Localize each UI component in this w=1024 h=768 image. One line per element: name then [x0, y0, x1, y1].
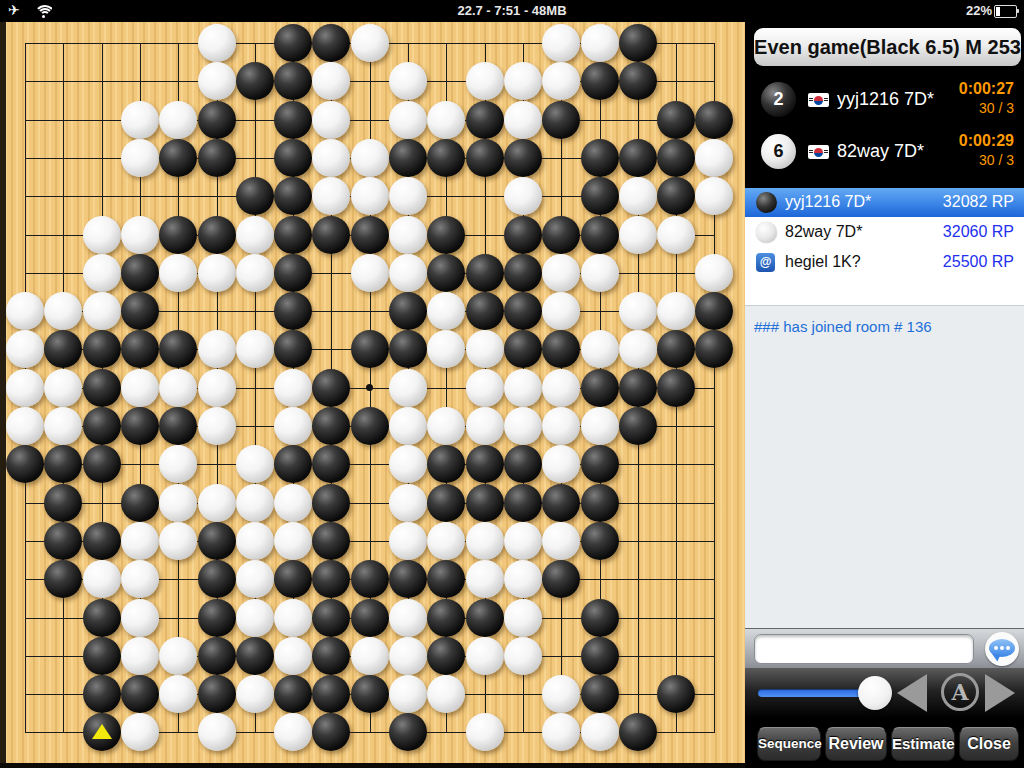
black-stone: [351, 560, 389, 598]
white-stone: [312, 139, 350, 177]
user-rating: 25500 RP: [943, 253, 1014, 271]
white-stone: [542, 713, 580, 751]
black-stone: [542, 484, 580, 522]
black-stone: [581, 599, 619, 637]
black-stone: [236, 62, 274, 100]
white-stone: [236, 522, 274, 560]
white-stone: [159, 101, 197, 139]
white-stone: [619, 330, 657, 368]
user-name: 82way 7D*: [785, 223, 862, 241]
white-stone: [542, 522, 580, 560]
black-stone: [466, 599, 504, 637]
white-stone: [351, 24, 389, 62]
black-stone: [274, 139, 312, 177]
black-player-name: yyj1216 7D*: [837, 89, 934, 110]
white-stone: [542, 62, 580, 100]
black-stone: [198, 675, 236, 713]
chat-input[interactable]: [754, 634, 974, 664]
black-stone: [657, 101, 695, 139]
white-stone: [159, 522, 197, 560]
white-stone: [389, 407, 427, 445]
white-stone: [198, 254, 236, 292]
black-stone: [159, 330, 197, 368]
white-stone: [312, 177, 350, 215]
white-stone: [236, 330, 274, 368]
white-stone: [312, 101, 350, 139]
black-stone: [542, 560, 580, 598]
white-stone: [274, 484, 312, 522]
white-stone: [389, 522, 427, 560]
white-stone: [695, 177, 733, 215]
board-left-edge: [0, 22, 6, 768]
white-stone: [504, 177, 542, 215]
black-stone: [389, 560, 427, 598]
white-stone: [581, 713, 619, 751]
white-stone: [83, 560, 121, 598]
white-stone: [159, 675, 197, 713]
white-stone: [619, 177, 657, 215]
black-stone: [198, 522, 236, 560]
white-stone: [466, 713, 504, 751]
white-stone: [121, 101, 159, 139]
black-stone: [504, 139, 542, 177]
black-stone: [619, 713, 657, 751]
white-stone: [198, 24, 236, 62]
black-stone: [121, 484, 159, 522]
black-stone: [312, 675, 350, 713]
black-stone: [427, 637, 465, 675]
battery-icon: [994, 5, 1017, 18]
white-stone: [466, 522, 504, 560]
white-stone: [121, 522, 159, 560]
player-info-black: 2 yyj1216 7D* 0:00:27 30 / 3: [745, 74, 1024, 126]
korea-flag-icon: [808, 145, 829, 159]
white-stone: [121, 599, 159, 637]
white-capture-badge: 6: [761, 134, 796, 169]
white-stone: [6, 292, 44, 330]
black-stone: [274, 101, 312, 139]
white-stone: [236, 675, 274, 713]
user-rating: 32060 RP: [943, 223, 1014, 241]
black-stone-icon: [756, 192, 777, 213]
white-stone: [198, 330, 236, 368]
black-stone: [466, 292, 504, 330]
black-stone: [427, 139, 465, 177]
white-stone: [542, 675, 580, 713]
white-stone: [6, 330, 44, 368]
black-stone: [657, 330, 695, 368]
black-stone: [657, 139, 695, 177]
user-name: hegiel 1K?: [785, 253, 861, 271]
move-navigation-bar: A: [745, 668, 1024, 718]
white-stone: [542, 407, 580, 445]
white-stone: [427, 101, 465, 139]
white-stone: [159, 484, 197, 522]
white-stone: [657, 292, 695, 330]
white-clock-periods: 30 / 3: [959, 152, 1014, 168]
black-stone: [427, 599, 465, 637]
white-stone: [389, 101, 427, 139]
white-stone: [389, 675, 427, 713]
black-stone: [351, 407, 389, 445]
white-stone: [695, 139, 733, 177]
black-stone: [312, 445, 350, 483]
previous-move-button[interactable]: [897, 674, 927, 712]
black-stone: [274, 292, 312, 330]
black-stone: [83, 369, 121, 407]
white-stone: [504, 62, 542, 100]
black-stone: [504, 292, 542, 330]
white-stone: [121, 713, 159, 751]
white-stone: [159, 369, 197, 407]
black-stone: [427, 445, 465, 483]
black-stone: [619, 407, 657, 445]
black-stone: [695, 101, 733, 139]
black-stone: [427, 484, 465, 522]
list-item[interactable]: @ hegiel 1K? 25500 RP: [745, 248, 1024, 277]
black-capture-badge: 2: [761, 82, 796, 117]
white-stone: [44, 369, 82, 407]
white-stone: [198, 407, 236, 445]
white-stone: [389, 445, 427, 483]
black-stone: [427, 560, 465, 598]
black-stone: [581, 62, 619, 100]
black-stone: [312, 369, 350, 407]
white-stone: [351, 177, 389, 215]
black-stone: [466, 484, 504, 522]
white-stone: [121, 369, 159, 407]
black-stone: [351, 330, 389, 368]
black-stone: [619, 24, 657, 62]
black-stone: [504, 254, 542, 292]
white-stone: [121, 560, 159, 598]
black-stone: [312, 24, 350, 62]
black-stone: [427, 216, 465, 254]
black-stone: [121, 675, 159, 713]
game-title: Even game(Black 6.5) M 253: [754, 28, 1021, 66]
black-stone: [274, 62, 312, 100]
white-stone: [274, 713, 312, 751]
black-stone: [274, 330, 312, 368]
close-button[interactable]: Close: [959, 727, 1019, 761]
white-stone: [542, 292, 580, 330]
black-stone: [351, 216, 389, 254]
list-item[interactable]: yyj1216 7D* 32082 RP: [745, 188, 1024, 217]
white-stone: [83, 292, 121, 330]
black-stone: [198, 560, 236, 598]
white-stone: [83, 254, 121, 292]
black-stone: [312, 560, 350, 598]
black-stone: [6, 445, 44, 483]
black-stone: [312, 713, 350, 751]
black-stone: [83, 522, 121, 560]
black-stone: [389, 713, 427, 751]
white-stone: [198, 713, 236, 751]
white-stone: [6, 407, 44, 445]
white-stone: [389, 216, 427, 254]
move-slider-thumb[interactable]: [858, 676, 892, 710]
go-board[interactable]: [0, 22, 745, 768]
chat-bubble-icon: [989, 639, 1015, 657]
black-stone: [581, 675, 619, 713]
white-stone: [466, 330, 504, 368]
white-stone: [504, 101, 542, 139]
white-stone: [581, 407, 619, 445]
white-stone: [198, 62, 236, 100]
white-stone: [236, 599, 274, 637]
white-stone: [274, 522, 312, 560]
black-stone: [198, 139, 236, 177]
white-stone: [44, 407, 82, 445]
white-stone: [504, 369, 542, 407]
black-stone: [427, 254, 465, 292]
black-stone: [312, 216, 350, 254]
white-stone: [159, 254, 197, 292]
white-stone: [619, 216, 657, 254]
black-stone: [466, 101, 504, 139]
black-stone: [236, 177, 274, 215]
white-stone: [351, 254, 389, 292]
black-stone: [121, 330, 159, 368]
white-stone: [504, 599, 542, 637]
white-stone: [389, 62, 427, 100]
white-stone: [504, 522, 542, 560]
battery-percent: 22%: [966, 3, 992, 18]
chat-message: ### has joined room # 136: [745, 306, 1024, 335]
black-stone: [581, 484, 619, 522]
white-stone: [657, 216, 695, 254]
black-stone: [389, 330, 427, 368]
list-item[interactable]: 82way 7D* 32060 RP: [745, 218, 1024, 247]
black-clock-time: 0:00:27: [959, 80, 1014, 98]
white-stone: [427, 522, 465, 560]
app-screen: ✈ 22.7 - 7:51 - 48MB 22% Even game(Black…: [0, 0, 1024, 768]
white-stone: [466, 560, 504, 598]
user-name: yyj1216 7D*: [785, 193, 871, 211]
black-stone: [274, 24, 312, 62]
black-stone: [581, 216, 619, 254]
analysis-button[interactable]: A: [941, 673, 979, 711]
white-stone: [351, 139, 389, 177]
white-stone: [236, 445, 274, 483]
black-stone: [657, 675, 695, 713]
white-stone: [274, 599, 312, 637]
black-stone: [274, 177, 312, 215]
chat-input-bar: [745, 628, 1024, 669]
black-stone: [198, 599, 236, 637]
white-stone: [236, 560, 274, 598]
white-stone: [83, 216, 121, 254]
black-stone: [504, 216, 542, 254]
black-stone: [83, 445, 121, 483]
white-stone: [466, 637, 504, 675]
black-player-clock: 0:00:27 30 / 3: [959, 80, 1014, 116]
white-stone: [236, 484, 274, 522]
status-bar: ✈ 22.7 - 7:51 - 48MB 22%: [0, 0, 1024, 22]
black-stone: [159, 139, 197, 177]
black-stone: [504, 484, 542, 522]
bottom-button-bar: Sequence Review Estimate Close: [745, 718, 1024, 768]
white-stone: [389, 177, 427, 215]
white-stone: [6, 369, 44, 407]
black-stone: [274, 560, 312, 598]
white-stone: [159, 637, 197, 675]
black-stone: [504, 330, 542, 368]
white-stone: [542, 254, 580, 292]
black-stone: [581, 445, 619, 483]
next-move-button[interactable]: [985, 674, 1015, 712]
white-stone: [236, 254, 274, 292]
white-stone: [312, 62, 350, 100]
black-stone: [44, 445, 82, 483]
white-stone: [389, 637, 427, 675]
white-stone: [427, 675, 465, 713]
black-stone: [198, 101, 236, 139]
black-stone: [83, 330, 121, 368]
white-stone: [44, 292, 82, 330]
white-stone: [389, 484, 427, 522]
white-stone: [351, 637, 389, 675]
black-stone: [581, 139, 619, 177]
black-stone: [695, 330, 733, 368]
black-stone: [504, 445, 542, 483]
player-info-white: 6 82way 7D* 0:00:29 30 / 3: [745, 126, 1024, 178]
white-stone: [619, 292, 657, 330]
black-stone: [466, 445, 504, 483]
black-stone: [274, 216, 312, 254]
black-stone: [581, 522, 619, 560]
black-stone: [83, 599, 121, 637]
black-stone: [121, 407, 159, 445]
black-clock-periods: 30 / 3: [959, 100, 1014, 116]
white-stone: [504, 637, 542, 675]
white-stone: [389, 369, 427, 407]
review-button[interactable]: Review: [825, 727, 887, 761]
white-stone: [274, 369, 312, 407]
korea-flag-icon: [808, 93, 829, 107]
white-stone: [121, 139, 159, 177]
white-stone: [581, 24, 619, 62]
black-stone: [581, 369, 619, 407]
black-stone: [581, 637, 619, 675]
white-stone: [504, 407, 542, 445]
white-stone: [542, 24, 580, 62]
black-stone: [351, 599, 389, 637]
black-stone: [159, 216, 197, 254]
black-stone: [44, 560, 82, 598]
white-stone: [466, 369, 504, 407]
black-stone: [312, 484, 350, 522]
black-stone: [619, 369, 657, 407]
observer-icon: @: [756, 253, 775, 272]
estimate-button[interactable]: Estimate: [891, 727, 955, 761]
white-stone: [198, 369, 236, 407]
black-stone: [351, 675, 389, 713]
side-panel: Even game(Black 6.5) M 253 2 yyj1216 7D*…: [745, 22, 1024, 768]
black-stone: [44, 330, 82, 368]
black-stone: [159, 407, 197, 445]
send-chat-button[interactable]: [985, 632, 1019, 666]
black-stone: [274, 254, 312, 292]
black-stone: [657, 369, 695, 407]
white-player-clock: 0:00:29 30 / 3: [959, 132, 1014, 168]
black-stone: [466, 254, 504, 292]
black-stone: [389, 139, 427, 177]
white-stone: [274, 407, 312, 445]
white-stone: [427, 407, 465, 445]
user-rating: 32082 RP: [943, 193, 1014, 211]
black-stone: [619, 62, 657, 100]
white-stone: [427, 330, 465, 368]
black-stone: [466, 139, 504, 177]
black-stone: [619, 139, 657, 177]
white-stone: [198, 484, 236, 522]
white-stone: [389, 254, 427, 292]
white-stone: [389, 599, 427, 637]
black-stone: [274, 445, 312, 483]
white-stone: [121, 637, 159, 675]
white-stone: [466, 62, 504, 100]
white-stone: [695, 254, 733, 292]
black-stone: [83, 675, 121, 713]
chat-area[interactable]: ### has joined room # 136: [745, 305, 1024, 629]
room-user-list: yyj1216 7D* 32082 RP 82way 7D* 32060 RP …: [745, 188, 1024, 305]
black-stone: [542, 216, 580, 254]
board-bottom-edge: [0, 763, 745, 768]
black-stone: [312, 599, 350, 637]
white-stone-icon: [756, 222, 777, 243]
black-stone: [389, 292, 427, 330]
white-player-name: 82way 7D*: [837, 141, 924, 162]
black-stone: [121, 254, 159, 292]
white-stone: [121, 216, 159, 254]
white-stone: [504, 560, 542, 598]
white-stone: [427, 292, 465, 330]
black-stone: [83, 637, 121, 675]
black-stone: [695, 292, 733, 330]
black-stone: [44, 484, 82, 522]
hoshi-point: [366, 384, 373, 391]
white-stone: [542, 445, 580, 483]
black-stone: [312, 637, 350, 675]
black-stone: [274, 675, 312, 713]
black-stone: [121, 292, 159, 330]
black-stone: [198, 216, 236, 254]
white-stone: [542, 369, 580, 407]
black-stone: [312, 407, 350, 445]
black-stone: [542, 101, 580, 139]
white-stone: [581, 330, 619, 368]
white-stone: [274, 637, 312, 675]
sequence-button[interactable]: Sequence: [757, 727, 821, 761]
white-stone: [159, 445, 197, 483]
black-stone: [657, 177, 695, 215]
black-stone: [312, 522, 350, 560]
black-stone: [83, 407, 121, 445]
white-stone: [466, 407, 504, 445]
black-stone: [236, 637, 274, 675]
last-move-marker: [92, 724, 112, 739]
status-center-text: 22.7 - 7:51 - 48MB: [0, 3, 1024, 18]
white-clock-time: 0:00:29: [959, 132, 1014, 150]
black-stone: [581, 177, 619, 215]
white-stone: [581, 254, 619, 292]
black-stone: [198, 637, 236, 675]
black-stone: [542, 330, 580, 368]
white-stone: [236, 216, 274, 254]
black-stone: [44, 522, 82, 560]
